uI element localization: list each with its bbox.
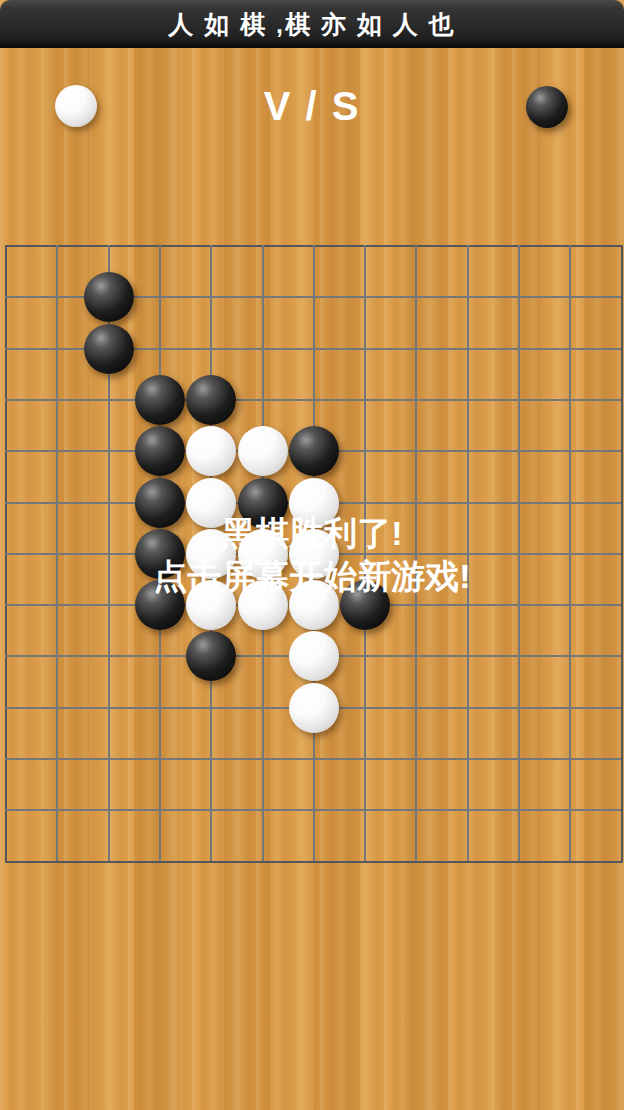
stone-black	[84, 324, 134, 374]
stone-black	[186, 375, 236, 425]
stone-black	[135, 375, 185, 425]
stone-black	[84, 272, 134, 322]
app-screen: 人 如 棋 ,棋 亦 如 人 也 V / S 黑棋胜利了! 点击屏幕开始新游戏!	[0, 0, 624, 1110]
game-over-overlay[interactable]: 黑棋胜利了! 点击屏幕开始新游戏!	[0, 512, 624, 598]
stone-black	[135, 426, 185, 476]
win-message: 黑棋胜利了!	[0, 512, 624, 555]
grid-line	[5, 758, 623, 760]
title-bar: 人 如 棋 ,棋 亦 如 人 也	[0, 0, 624, 48]
grid-line	[5, 809, 623, 811]
stone-white	[289, 631, 339, 681]
grid-line	[5, 861, 623, 863]
app-title: 人 如 棋 ,棋 亦 如 人 也	[168, 8, 456, 41]
stone-black	[186, 631, 236, 681]
stone-black	[289, 426, 339, 476]
stone-white	[186, 426, 236, 476]
stone-white	[238, 426, 288, 476]
black-stone-icon	[526, 86, 568, 128]
stone-white	[289, 683, 339, 733]
restart-hint: 点击屏幕开始新游戏!	[0, 555, 624, 598]
